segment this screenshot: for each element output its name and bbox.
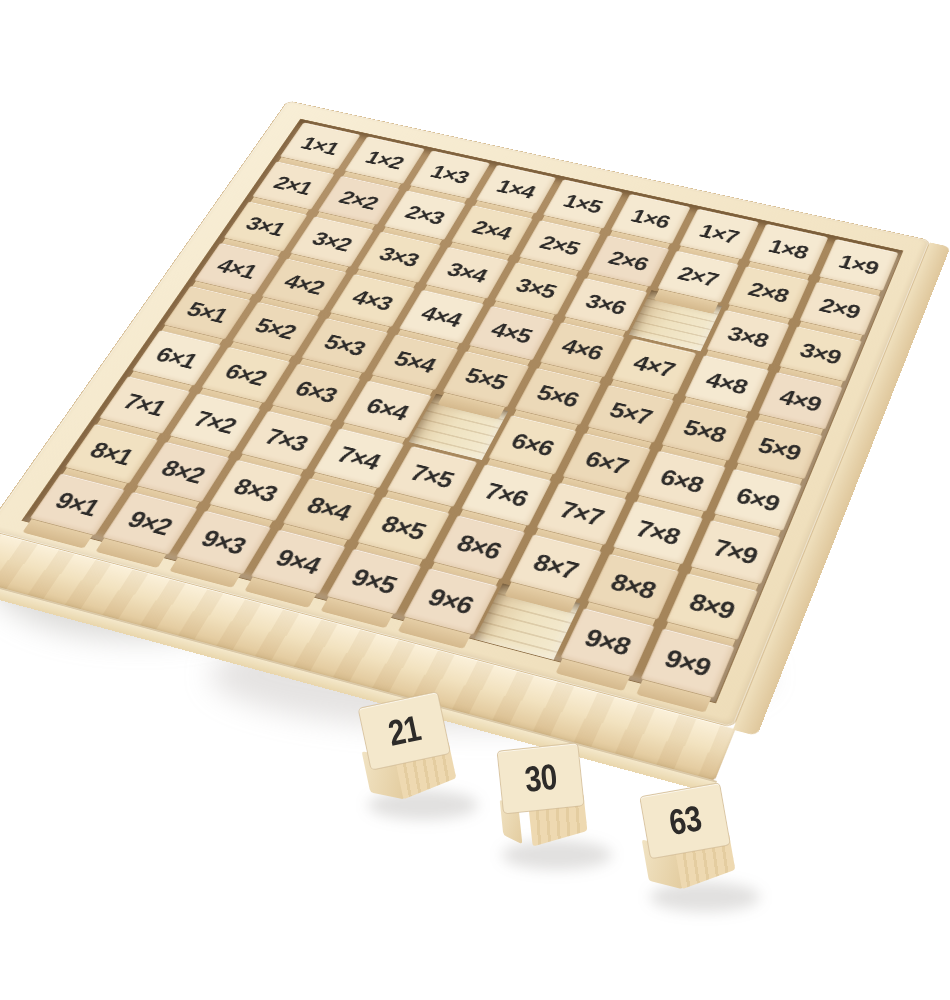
cube-label: 4×1 <box>213 256 261 282</box>
cube-label: 4×2 <box>281 271 329 297</box>
cube-label: 5×1 <box>183 299 232 326</box>
cube-label: 8×1 <box>86 439 138 469</box>
cube-label: 1×5 <box>560 192 605 217</box>
cube-top-face: 30 <box>496 742 584 814</box>
cube-label: 7×3 <box>261 425 312 455</box>
cube-label: 6×4 <box>363 395 413 424</box>
cube-label: 9×8 <box>581 625 634 659</box>
cube-label: 8×5 <box>378 512 430 544</box>
cube-label: 8×4 <box>303 493 355 524</box>
cube-label: 3×5 <box>513 275 560 301</box>
cube-label: 9×2 <box>124 507 177 538</box>
cube-label: 6×8 <box>657 466 707 497</box>
cube-label: 8×7 <box>530 550 582 582</box>
cube-label: 1×4 <box>494 177 539 201</box>
cube-label: 2×9 <box>817 295 863 322</box>
cube-label: 9×6 <box>424 585 477 618</box>
cube-label: 7×5 <box>407 461 458 491</box>
cube-label: 6×1 <box>152 344 202 372</box>
cube-label: 5×7 <box>606 399 655 428</box>
cube-label: 2×3 <box>402 203 448 228</box>
cube-1x8[interactable]: 1×8 <box>749 224 829 276</box>
answer-label: 21 <box>385 710 423 752</box>
answer-cube-63[interactable]: 63 <box>639 781 743 904</box>
cube-label: 1×1 <box>298 134 343 157</box>
board-scene: 1×11×21×31×41×51×61×71×81×92×12×22×32×42… <box>0 100 931 728</box>
cube-label: 1×8 <box>766 237 811 263</box>
cube-label: 2×6 <box>606 248 652 274</box>
cube-label: 7×2 <box>190 408 241 437</box>
cube-label: 5×5 <box>462 365 511 393</box>
cube-label: 2×1 <box>271 173 317 197</box>
cube-label: 8×8 <box>607 570 659 603</box>
cube-label: 2×8 <box>746 279 792 305</box>
cube-label: 7×6 <box>481 479 532 510</box>
cube-label: 5×3 <box>321 331 370 359</box>
cube-label: 2×4 <box>469 218 515 243</box>
cube-label: 1×6 <box>628 206 673 231</box>
cube-label: 6×9 <box>733 484 783 515</box>
cube-label: 5×4 <box>391 348 440 376</box>
cube-label: 5×6 <box>534 382 583 411</box>
cube-label: 4×3 <box>349 287 397 314</box>
cube-label: 5×9 <box>755 434 804 464</box>
cube-label: 3×2 <box>309 229 356 254</box>
cube-label: 6×2 <box>221 361 271 389</box>
cube-label: 9×3 <box>197 526 250 558</box>
cube-label: 6×7 <box>582 448 632 478</box>
cube-label: 8×2 <box>157 457 209 487</box>
cube-label: 1×3 <box>428 162 473 186</box>
cube-label: 9×1 <box>51 489 104 520</box>
cube-label: 4×9 <box>777 386 825 415</box>
cube-label: 3×3 <box>376 244 423 270</box>
cube-label: 3×1 <box>242 214 289 239</box>
cube-label: 8×9 <box>686 590 738 623</box>
cube-label: 4×4 <box>418 303 466 330</box>
cube-label: 7×4 <box>334 443 385 473</box>
cube-label: 9×5 <box>348 565 401 598</box>
cube-label: 4×8 <box>703 369 751 397</box>
cube-label: 6×3 <box>291 378 341 407</box>
cube-label: 2×2 <box>336 188 382 213</box>
cube-label: 4×6 <box>558 336 606 364</box>
answer-label: 63 <box>667 800 704 841</box>
cube-label: 1×9 <box>836 252 881 278</box>
cube-label: 7×9 <box>710 536 761 568</box>
cube-label: 8×6 <box>453 531 505 563</box>
cube-label: 4×5 <box>488 319 536 346</box>
cube-label: 8×3 <box>230 475 282 506</box>
cube-label: 1×2 <box>362 148 407 172</box>
cube-label: 7×7 <box>556 498 607 529</box>
cube-label: 5×8 <box>680 417 729 446</box>
cube-label: 3×8 <box>725 323 772 350</box>
cube-label: 4×7 <box>630 352 678 380</box>
cube-label: 9×4 <box>272 545 325 577</box>
answer-cube-30[interactable]: 30 <box>496 742 593 860</box>
cube-label: 7×8 <box>633 517 684 549</box>
cube-1x9[interactable]: 1×9 <box>819 239 899 291</box>
answer-label: 30 <box>523 759 558 798</box>
cube-label: 5×2 <box>251 315 300 342</box>
cube-label: 2×5 <box>537 233 583 258</box>
cube-label: 9×9 <box>661 645 714 680</box>
cube-label: 3×4 <box>444 260 491 286</box>
cube-label: 7×1 <box>120 390 171 419</box>
cube-label: 1×7 <box>697 221 742 246</box>
cube-label: 2×7 <box>675 263 721 289</box>
cube-label: 3×9 <box>797 340 844 368</box>
cube-label: 6×6 <box>508 430 558 460</box>
cube-label: 3×6 <box>582 291 629 318</box>
